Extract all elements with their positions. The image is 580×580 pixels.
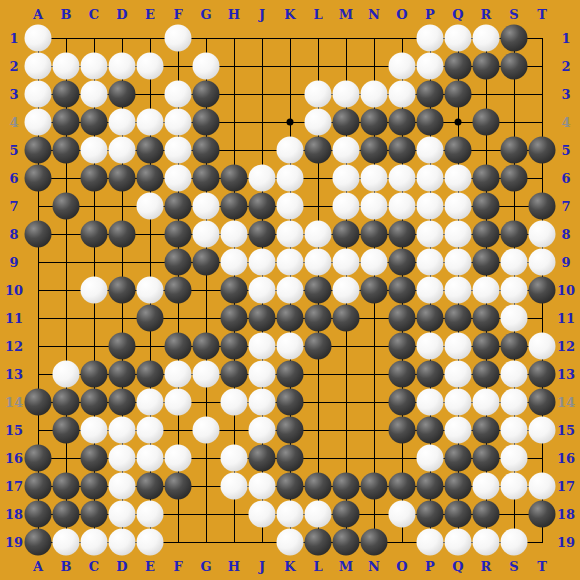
white-stone-F3[interactable] — [165, 81, 192, 108]
white-stone-R19[interactable] — [473, 529, 500, 556]
black-stone-T7[interactable] — [529, 193, 556, 220]
black-stone-H12[interactable] — [221, 333, 248, 360]
white-stone-F6[interactable] — [165, 165, 192, 192]
white-stone-K12[interactable] — [277, 333, 304, 360]
row-label: 2 — [561, 60, 570, 73]
white-stone-R1[interactable] — [473, 25, 500, 52]
black-stone-H7[interactable] — [221, 193, 248, 220]
black-stone-A16[interactable] — [25, 445, 52, 472]
white-stone-P10[interactable] — [417, 277, 444, 304]
column-label: O — [396, 560, 407, 573]
black-stone-A17[interactable] — [25, 473, 52, 500]
black-stone-S5[interactable] — [501, 137, 528, 164]
white-stone-D16[interactable] — [109, 445, 136, 472]
white-stone-H16[interactable] — [221, 445, 248, 472]
row-label: 10 — [5, 284, 23, 297]
star-point — [455, 119, 462, 126]
black-stone-L19[interactable] — [305, 529, 332, 556]
black-stone-L11[interactable] — [305, 305, 332, 332]
white-stone-P14[interactable] — [417, 389, 444, 416]
white-stone-T15[interactable] — [529, 417, 556, 444]
black-stone-R15[interactable] — [473, 417, 500, 444]
row-label: 18 — [557, 508, 575, 521]
black-stone-L12[interactable] — [305, 333, 332, 360]
black-stone-L5[interactable] — [305, 137, 332, 164]
white-stone-C10[interactable] — [81, 277, 108, 304]
white-stone-K18[interactable] — [277, 501, 304, 528]
white-stone-L18[interactable] — [305, 501, 332, 528]
black-stone-M19[interactable] — [333, 529, 360, 556]
white-stone-P8[interactable] — [417, 221, 444, 248]
white-stone-R17[interactable] — [473, 473, 500, 500]
black-stone-K17[interactable] — [277, 473, 304, 500]
white-stone-S9[interactable] — [501, 249, 528, 276]
black-stone-O17[interactable] — [389, 473, 416, 500]
black-stone-B4[interactable] — [53, 109, 80, 136]
black-stone-Q18[interactable] — [445, 501, 472, 528]
white-stone-E4[interactable] — [137, 109, 164, 136]
row-label: 10 — [557, 284, 575, 297]
white-stone-A4[interactable] — [25, 109, 52, 136]
black-stone-N8[interactable] — [361, 221, 388, 248]
black-stone-N19[interactable] — [361, 529, 388, 556]
black-stone-C8[interactable] — [81, 221, 108, 248]
black-stone-P3[interactable] — [417, 81, 444, 108]
white-stone-T8[interactable] — [529, 221, 556, 248]
white-stone-F14[interactable] — [165, 389, 192, 416]
black-stone-R18[interactable] — [473, 501, 500, 528]
black-stone-R13[interactable] — [473, 361, 500, 388]
black-stone-J8[interactable] — [249, 221, 276, 248]
black-stone-S2[interactable] — [501, 53, 528, 80]
white-stone-Q19[interactable] — [445, 529, 472, 556]
white-stone-M7[interactable] — [333, 193, 360, 220]
white-stone-D15[interactable] — [109, 417, 136, 444]
white-stone-R14[interactable] — [473, 389, 500, 416]
white-stone-D2[interactable] — [109, 53, 136, 80]
black-stone-R16[interactable] — [473, 445, 500, 472]
black-stone-O4[interactable] — [389, 109, 416, 136]
white-stone-M3[interactable] — [333, 81, 360, 108]
white-stone-P5[interactable] — [417, 137, 444, 164]
white-stone-L8[interactable] — [305, 221, 332, 248]
column-label: K — [284, 8, 295, 21]
black-stone-R9[interactable] — [473, 249, 500, 276]
white-stone-K19[interactable] — [277, 529, 304, 556]
black-stone-S8[interactable] — [501, 221, 528, 248]
white-stone-K6[interactable] — [277, 165, 304, 192]
white-stone-T12[interactable] — [529, 333, 556, 360]
white-stone-M5[interactable] — [333, 137, 360, 164]
black-stone-F12[interactable] — [165, 333, 192, 360]
black-stone-F7[interactable] — [165, 193, 192, 220]
black-stone-A8[interactable] — [25, 221, 52, 248]
black-stone-J16[interactable] — [249, 445, 276, 472]
white-stone-N3[interactable] — [361, 81, 388, 108]
white-stone-P12[interactable] — [417, 333, 444, 360]
white-stone-F13[interactable] — [165, 361, 192, 388]
black-stone-K13[interactable] — [277, 361, 304, 388]
white-stone-K5[interactable] — [277, 137, 304, 164]
white-stone-C3[interactable] — [81, 81, 108, 108]
white-stone-K10[interactable] — [277, 277, 304, 304]
black-stone-Q16[interactable] — [445, 445, 472, 472]
column-label: Q — [452, 560, 463, 573]
row-label: 9 — [9, 256, 18, 269]
black-stone-H13[interactable] — [221, 361, 248, 388]
row-label: 19 — [5, 536, 23, 549]
row-label: 18 — [5, 508, 23, 521]
black-stone-A18[interactable] — [25, 501, 52, 528]
column-label: P — [425, 8, 435, 21]
black-stone-B15[interactable] — [53, 417, 80, 444]
black-stone-D13[interactable] — [109, 361, 136, 388]
white-stone-R10[interactable] — [473, 277, 500, 304]
white-stone-P7[interactable] — [417, 193, 444, 220]
black-stone-G12[interactable] — [193, 333, 220, 360]
black-stone-J11[interactable] — [249, 305, 276, 332]
black-stone-Q11[interactable] — [445, 305, 472, 332]
black-stone-C13[interactable] — [81, 361, 108, 388]
black-stone-M8[interactable] — [333, 221, 360, 248]
row-label: 4 — [9, 116, 18, 129]
white-stone-N6[interactable] — [361, 165, 388, 192]
black-stone-Q5[interactable] — [445, 137, 472, 164]
black-stone-T18[interactable] — [529, 501, 556, 528]
white-stone-E10[interactable] — [137, 277, 164, 304]
black-stone-O9[interactable] — [389, 249, 416, 276]
black-stone-G6[interactable] — [193, 165, 220, 192]
white-stone-A1[interactable] — [25, 25, 52, 52]
black-stone-H6[interactable] — [221, 165, 248, 192]
black-stone-F9[interactable] — [165, 249, 192, 276]
white-stone-D17[interactable] — [109, 473, 136, 500]
white-stone-F5[interactable] — [165, 137, 192, 164]
black-stone-R12[interactable] — [473, 333, 500, 360]
white-stone-E7[interactable] — [137, 193, 164, 220]
black-stone-P17[interactable] — [417, 473, 444, 500]
black-stone-B3[interactable] — [53, 81, 80, 108]
column-label: M — [339, 560, 353, 573]
black-stone-B14[interactable] — [53, 389, 80, 416]
white-stone-E2[interactable] — [137, 53, 164, 80]
row-label: 19 — [557, 536, 575, 549]
black-stone-C18[interactable] — [81, 501, 108, 528]
black-stone-K14[interactable] — [277, 389, 304, 416]
black-stone-C4[interactable] — [81, 109, 108, 136]
black-stone-H10[interactable] — [221, 277, 248, 304]
white-stone-B13[interactable] — [53, 361, 80, 388]
white-stone-G8[interactable] — [193, 221, 220, 248]
row-label: 5 — [561, 144, 570, 157]
black-stone-P4[interactable] — [417, 109, 444, 136]
column-label: E — [145, 8, 155, 21]
white-stone-N9[interactable] — [361, 249, 388, 276]
black-stone-E11[interactable] — [137, 305, 164, 332]
white-stone-S10[interactable] — [501, 277, 528, 304]
black-stone-G5[interactable] — [193, 137, 220, 164]
black-stone-T14[interactable] — [529, 389, 556, 416]
white-stone-J17[interactable] — [249, 473, 276, 500]
white-stone-Q13[interactable] — [445, 361, 472, 388]
white-stone-Q7[interactable] — [445, 193, 472, 220]
white-stone-J18[interactable] — [249, 501, 276, 528]
row-label: 4 — [561, 116, 570, 129]
white-stone-M9[interactable] — [333, 249, 360, 276]
row-label: 3 — [561, 88, 570, 101]
white-stone-G2[interactable] — [193, 53, 220, 80]
white-stone-C5[interactable] — [81, 137, 108, 164]
black-stone-M18[interactable] — [333, 501, 360, 528]
white-stone-E14[interactable] — [137, 389, 164, 416]
white-stone-S17[interactable] — [501, 473, 528, 500]
white-stone-Q9[interactable] — [445, 249, 472, 276]
black-stone-O8[interactable] — [389, 221, 416, 248]
white-stone-E19[interactable] — [137, 529, 164, 556]
column-label: B — [61, 560, 72, 573]
black-stone-T5[interactable] — [529, 137, 556, 164]
white-stone-D4[interactable] — [109, 109, 136, 136]
white-stone-E15[interactable] — [137, 417, 164, 444]
column-label: G — [200, 8, 211, 21]
white-stone-G7[interactable] — [193, 193, 220, 220]
black-stone-T13[interactable] — [529, 361, 556, 388]
black-stone-A6[interactable] — [25, 165, 52, 192]
white-stone-C19[interactable] — [81, 529, 108, 556]
white-stone-S19[interactable] — [501, 529, 528, 556]
black-stone-N10[interactable] — [361, 277, 388, 304]
white-stone-J13[interactable] — [249, 361, 276, 388]
black-stone-Q3[interactable] — [445, 81, 472, 108]
black-stone-A14[interactable] — [25, 389, 52, 416]
white-stone-F16[interactable] — [165, 445, 192, 472]
white-stone-Q15[interactable] — [445, 417, 472, 444]
white-stone-O7[interactable] — [389, 193, 416, 220]
black-stone-R4[interactable] — [473, 109, 500, 136]
white-stone-E18[interactable] — [137, 501, 164, 528]
white-stone-Q10[interactable] — [445, 277, 472, 304]
black-stone-B5[interactable] — [53, 137, 80, 164]
white-stone-J15[interactable] — [249, 417, 276, 444]
black-stone-E13[interactable] — [137, 361, 164, 388]
white-stone-H9[interactable] — [221, 249, 248, 276]
white-stone-P16[interactable] — [417, 445, 444, 472]
white-stone-F1[interactable] — [165, 25, 192, 52]
white-stone-B2[interactable] — [53, 53, 80, 80]
black-stone-R2[interactable] — [473, 53, 500, 80]
white-stone-E16[interactable] — [137, 445, 164, 472]
black-stone-O5[interactable] — [389, 137, 416, 164]
black-stone-O13[interactable] — [389, 361, 416, 388]
black-stone-E6[interactable] — [137, 165, 164, 192]
white-stone-B19[interactable] — [53, 529, 80, 556]
white-stone-D19[interactable] — [109, 529, 136, 556]
black-stone-O10[interactable] — [389, 277, 416, 304]
row-label: 7 — [9, 200, 18, 213]
black-stone-R6[interactable] — [473, 165, 500, 192]
row-label: 11 — [5, 312, 23, 325]
black-stone-P11[interactable] — [417, 305, 444, 332]
black-stone-D12[interactable] — [109, 333, 136, 360]
white-stone-N7[interactable] — [361, 193, 388, 220]
column-label: N — [368, 8, 380, 21]
white-stone-K8[interactable] — [277, 221, 304, 248]
black-stone-T10[interactable] — [529, 277, 556, 304]
white-stone-J9[interactable] — [249, 249, 276, 276]
row-label: 15 — [557, 424, 575, 437]
black-stone-E17[interactable] — [137, 473, 164, 500]
black-stone-G3[interactable] — [193, 81, 220, 108]
white-stone-O3[interactable] — [389, 81, 416, 108]
white-stone-M10[interactable] — [333, 277, 360, 304]
black-stone-N17[interactable] — [361, 473, 388, 500]
white-stone-J10[interactable] — [249, 277, 276, 304]
black-stone-D3[interactable] — [109, 81, 136, 108]
white-stone-G13[interactable] — [193, 361, 220, 388]
white-stone-S16[interactable] — [501, 445, 528, 472]
white-stone-T9[interactable] — [529, 249, 556, 276]
black-stone-F10[interactable] — [165, 277, 192, 304]
black-stone-S6[interactable] — [501, 165, 528, 192]
row-label: 17 — [5, 480, 23, 493]
white-stone-H8[interactable] — [221, 221, 248, 248]
black-stone-N5[interactable] — [361, 137, 388, 164]
black-stone-C6[interactable] — [81, 165, 108, 192]
white-stone-D5[interactable] — [109, 137, 136, 164]
black-stone-B17[interactable] — [53, 473, 80, 500]
white-stone-O18[interactable] — [389, 501, 416, 528]
black-stone-F8[interactable] — [165, 221, 192, 248]
column-label: L — [313, 8, 322, 21]
black-stone-C14[interactable] — [81, 389, 108, 416]
black-stone-L17[interactable] — [305, 473, 332, 500]
black-stone-K16[interactable] — [277, 445, 304, 472]
white-stone-G15[interactable] — [193, 417, 220, 444]
white-stone-D18[interactable] — [109, 501, 136, 528]
column-label: S — [509, 560, 518, 573]
white-stone-S13[interactable] — [501, 361, 528, 388]
white-stone-K9[interactable] — [277, 249, 304, 276]
black-stone-G4[interactable] — [193, 109, 220, 136]
row-label: 14 — [557, 396, 575, 409]
black-stone-M17[interactable] — [333, 473, 360, 500]
white-stone-L9[interactable] — [305, 249, 332, 276]
go-board: ABCDEFGHJKLMNOPQRST ABCDEFGHJKLMNOPQRST … — [0, 0, 580, 580]
black-stone-R7[interactable] — [473, 193, 500, 220]
black-stone-N4[interactable] — [361, 109, 388, 136]
black-stone-D6[interactable] — [109, 165, 136, 192]
black-stone-P13[interactable] — [417, 361, 444, 388]
white-stone-P2[interactable] — [417, 53, 444, 80]
white-stone-L3[interactable] — [305, 81, 332, 108]
black-stone-C16[interactable] — [81, 445, 108, 472]
row-label: 6 — [561, 172, 570, 185]
black-stone-Q2[interactable] — [445, 53, 472, 80]
black-stone-S1[interactable] — [501, 25, 528, 52]
white-stone-C2[interactable] — [81, 53, 108, 80]
black-stone-D8[interactable] — [109, 221, 136, 248]
white-stone-S11[interactable] — [501, 305, 528, 332]
row-label: 1 — [9, 32, 18, 45]
row-label: 2 — [9, 60, 18, 73]
white-stone-S14[interactable] — [501, 389, 528, 416]
black-stone-P18[interactable] — [417, 501, 444, 528]
white-stone-Q12[interactable] — [445, 333, 472, 360]
black-stone-A19[interactable] — [25, 529, 52, 556]
black-stone-M4[interactable] — [333, 109, 360, 136]
white-stone-F4[interactable] — [165, 109, 192, 136]
black-stone-S12[interactable] — [501, 333, 528, 360]
row-label: 6 — [9, 172, 18, 185]
white-stone-P1[interactable] — [417, 25, 444, 52]
white-stone-S15[interactable] — [501, 417, 528, 444]
black-stone-M11[interactable] — [333, 305, 360, 332]
black-stone-H11[interactable] — [221, 305, 248, 332]
black-stone-O15[interactable] — [389, 417, 416, 444]
white-stone-C15[interactable] — [81, 417, 108, 444]
column-label: T — [537, 8, 547, 21]
black-stone-L10[interactable] — [305, 277, 332, 304]
white-stone-J14[interactable] — [249, 389, 276, 416]
white-stone-P19[interactable] — [417, 529, 444, 556]
column-label: H — [228, 8, 240, 21]
black-stone-G9[interactable] — [193, 249, 220, 276]
white-stone-P6[interactable] — [417, 165, 444, 192]
black-stone-O11[interactable] — [389, 305, 416, 332]
black-stone-C17[interactable] — [81, 473, 108, 500]
white-stone-Q1[interactable] — [445, 25, 472, 52]
white-stone-Q6[interactable] — [445, 165, 472, 192]
white-stone-Q14[interactable] — [445, 389, 472, 416]
white-stone-L4[interactable] — [305, 109, 332, 136]
white-stone-P9[interactable] — [417, 249, 444, 276]
white-stone-M6[interactable] — [333, 165, 360, 192]
black-stone-K11[interactable] — [277, 305, 304, 332]
black-stone-O14[interactable] — [389, 389, 416, 416]
black-stone-D14[interactable] — [109, 389, 136, 416]
black-stone-Q17[interactable] — [445, 473, 472, 500]
row-label: 12 — [5, 340, 23, 353]
white-stone-J12[interactable] — [249, 333, 276, 360]
column-label: A — [33, 560, 43, 573]
black-stone-P15[interactable] — [417, 417, 444, 444]
white-stone-A2[interactable] — [25, 53, 52, 80]
black-stone-A5[interactable] — [25, 137, 52, 164]
black-stone-E5[interactable] — [137, 137, 164, 164]
white-stone-H17[interactable] — [221, 473, 248, 500]
black-stone-B7[interactable] — [53, 193, 80, 220]
row-label: 12 — [557, 340, 575, 353]
white-stone-K7[interactable] — [277, 193, 304, 220]
white-stone-Q8[interactable] — [445, 221, 472, 248]
white-stone-J6[interactable] — [249, 165, 276, 192]
black-stone-O12[interactable] — [389, 333, 416, 360]
white-stone-A3[interactable] — [25, 81, 52, 108]
black-stone-R11[interactable] — [473, 305, 500, 332]
white-stone-O6[interactable] — [389, 165, 416, 192]
white-stone-O2[interactable] — [389, 53, 416, 80]
black-stone-D10[interactable] — [109, 277, 136, 304]
white-stone-T17[interactable] — [529, 473, 556, 500]
black-stone-K15[interactable] — [277, 417, 304, 444]
star-point — [287, 119, 294, 126]
white-stone-H14[interactable] — [221, 389, 248, 416]
black-stone-B18[interactable] — [53, 501, 80, 528]
row-label: 16 — [557, 452, 575, 465]
black-stone-J7[interactable] — [249, 193, 276, 220]
black-stone-R8[interactable] — [473, 221, 500, 248]
black-stone-F17[interactable] — [165, 473, 192, 500]
